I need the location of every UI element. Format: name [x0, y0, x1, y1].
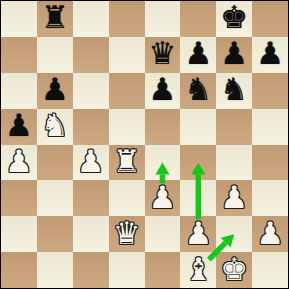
square-g4[interactable]	[216, 145, 252, 181]
piece-white-rook[interactable]: ♜	[113, 146, 141, 177]
piece-white-pawn[interactable]: ♟	[77, 146, 105, 177]
square-a6[interactable]	[1, 73, 37, 109]
square-c8[interactable]	[73, 1, 109, 37]
square-f1[interactable]: ♝	[180, 252, 216, 288]
square-g2[interactable]	[216, 216, 252, 252]
square-d2[interactable]: ♛	[109, 216, 145, 252]
square-e3[interactable]: ♟	[145, 180, 181, 216]
square-e1[interactable]	[145, 252, 181, 288]
square-c2[interactable]	[73, 216, 109, 252]
piece-white-king[interactable]: ♚	[220, 254, 248, 285]
square-e4[interactable]	[145, 145, 181, 181]
piece-black-pawn[interactable]: ♟	[149, 74, 177, 105]
square-a4[interactable]: ♟	[1, 145, 37, 181]
square-b4[interactable]	[37, 145, 73, 181]
square-d4[interactable]: ♜	[109, 145, 145, 181]
square-e5[interactable]	[145, 109, 181, 145]
square-d3[interactable]	[109, 180, 145, 216]
square-f2[interactable]: ♟	[180, 216, 216, 252]
square-b6[interactable]: ♟	[37, 73, 73, 109]
square-h2[interactable]: ♟	[252, 216, 288, 252]
piece-black-pawn[interactable]: ♟	[184, 38, 212, 69]
square-e7[interactable]: ♛	[145, 37, 181, 73]
piece-black-pawn[interactable]: ♟	[5, 110, 33, 141]
square-e6[interactable]: ♟	[145, 73, 181, 109]
square-g5[interactable]	[216, 109, 252, 145]
square-h6[interactable]	[252, 73, 288, 109]
square-g3[interactable]: ♟	[216, 180, 252, 216]
piece-white-pawn[interactable]: ♟	[184, 218, 212, 249]
square-e8[interactable]	[145, 1, 181, 37]
piece-black-rook[interactable]: ♜	[41, 2, 69, 33]
piece-white-pawn[interactable]: ♟	[256, 218, 284, 249]
board-frame: ♜♚♛♟♟♟♟♟♞♞♟♞♟♟♜♟♟♛♟♟♝♚	[0, 0, 289, 289]
square-f3[interactable]	[180, 180, 216, 216]
square-h4[interactable]	[252, 145, 288, 181]
piece-black-queen[interactable]: ♛	[149, 38, 177, 69]
square-h3[interactable]	[252, 180, 288, 216]
piece-black-knight[interactable]: ♞	[220, 74, 248, 105]
chess-app: ♜♚♛♟♟♟♟♟♞♞♟♞♟♟♜♟♟♛♟♟♝♚	[0, 0, 289, 289]
square-d1[interactable]	[109, 252, 145, 288]
square-c3[interactable]	[73, 180, 109, 216]
square-d5[interactable]	[109, 109, 145, 145]
piece-white-queen[interactable]: ♛	[113, 218, 141, 249]
square-b2[interactable]	[37, 216, 73, 252]
piece-white-pawn[interactable]: ♟	[149, 182, 177, 213]
square-d6[interactable]	[109, 73, 145, 109]
square-g1[interactable]: ♚	[216, 252, 252, 288]
square-c4[interactable]: ♟	[73, 145, 109, 181]
square-a7[interactable]	[1, 37, 37, 73]
chess-board: ♜♚♛♟♟♟♟♟♞♞♟♞♟♟♜♟♟♛♟♟♝♚	[1, 1, 288, 288]
square-c7[interactable]	[73, 37, 109, 73]
piece-white-knight[interactable]: ♞	[41, 110, 69, 141]
square-f4[interactable]	[180, 145, 216, 181]
square-h5[interactable]	[252, 109, 288, 145]
square-d8[interactable]	[109, 1, 145, 37]
piece-black-pawn[interactable]: ♟	[220, 38, 248, 69]
square-f6[interactable]: ♞	[180, 73, 216, 109]
square-e2[interactable]	[145, 216, 181, 252]
square-a5[interactable]: ♟	[1, 109, 37, 145]
square-d7[interactable]	[109, 37, 145, 73]
square-g6[interactable]: ♞	[216, 73, 252, 109]
piece-black-pawn[interactable]: ♟	[41, 74, 69, 105]
square-h8[interactable]	[252, 1, 288, 37]
square-c5[interactable]	[73, 109, 109, 145]
square-a3[interactable]	[1, 180, 37, 216]
square-h7[interactable]: ♟	[252, 37, 288, 73]
square-b7[interactable]	[37, 37, 73, 73]
square-b3[interactable]	[37, 180, 73, 216]
piece-white-pawn[interactable]: ♟	[220, 182, 248, 213]
piece-white-pawn[interactable]: ♟	[5, 146, 33, 177]
square-b8[interactable]: ♜	[37, 1, 73, 37]
square-f8[interactable]	[180, 1, 216, 37]
square-a8[interactable]	[1, 1, 37, 37]
square-g7[interactable]: ♟	[216, 37, 252, 73]
square-f5[interactable]	[180, 109, 216, 145]
square-c1[interactable]	[73, 252, 109, 288]
piece-black-knight[interactable]: ♞	[184, 74, 212, 105]
square-a2[interactable]	[1, 216, 37, 252]
square-c6[interactable]	[73, 73, 109, 109]
piece-black-king[interactable]: ♚	[220, 2, 248, 33]
square-b5[interactable]: ♞	[37, 109, 73, 145]
square-a1[interactable]	[1, 252, 37, 288]
square-h1[interactable]	[252, 252, 288, 288]
square-g8[interactable]: ♚	[216, 1, 252, 37]
piece-white-bishop[interactable]: ♝	[184, 254, 212, 285]
square-f7[interactable]: ♟	[180, 37, 216, 73]
square-b1[interactable]	[37, 252, 73, 288]
piece-black-pawn[interactable]: ♟	[256, 38, 284, 69]
